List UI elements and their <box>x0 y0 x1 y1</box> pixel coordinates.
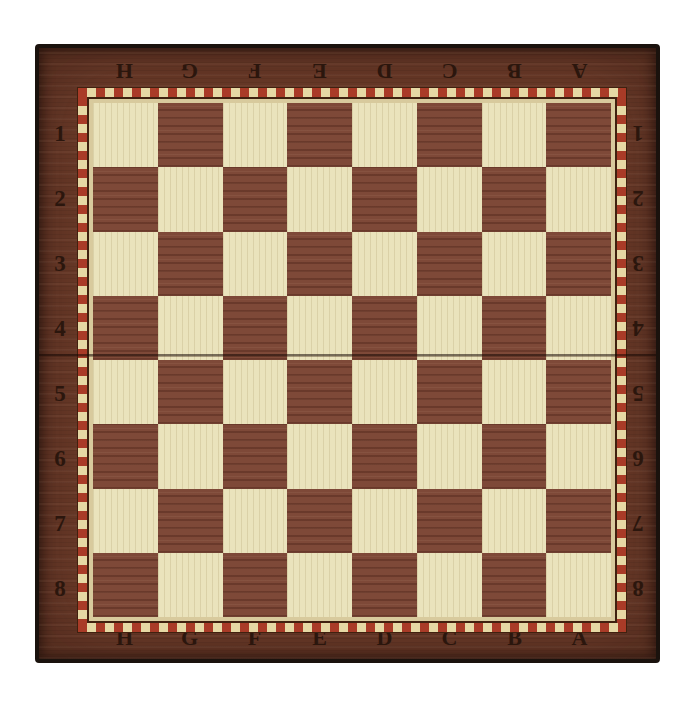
square-b1[interactable] <box>482 103 547 167</box>
square-a4[interactable] <box>546 296 611 360</box>
square-h1[interactable] <box>93 103 158 167</box>
square-h2[interactable] <box>93 167 158 231</box>
rank-label-left-0: 1 <box>46 101 74 166</box>
square-f4[interactable] <box>223 296 288 360</box>
inlay-border-left <box>78 97 88 623</box>
square-f1[interactable] <box>223 103 288 167</box>
square-b5[interactable] <box>482 360 547 424</box>
rank-label-right-1: 2 <box>624 166 652 231</box>
inlay-border-right <box>616 97 626 623</box>
square-d4[interactable] <box>352 296 417 360</box>
file-label-top-3: E <box>287 58 352 84</box>
file-label-top-2: F <box>222 58 287 84</box>
square-b4[interactable] <box>482 296 547 360</box>
square-g2[interactable] <box>158 167 223 231</box>
rank-label-left-4: 5 <box>46 361 74 426</box>
rank-labels-right: 12345678 <box>624 101 652 621</box>
playing-field <box>77 87 627 633</box>
square-c2[interactable] <box>417 167 482 231</box>
square-e1[interactable] <box>287 103 352 167</box>
square-f8[interactable] <box>223 553 288 617</box>
square-c6[interactable] <box>417 424 482 488</box>
square-c5[interactable] <box>417 360 482 424</box>
square-g5[interactable] <box>158 360 223 424</box>
file-label-top-0: H <box>92 58 157 84</box>
square-d7[interactable] <box>352 489 417 553</box>
file-label-top-7: A <box>547 58 612 84</box>
square-e2[interactable] <box>287 167 352 231</box>
square-b3[interactable] <box>482 232 547 296</box>
inlay-border-bottom <box>78 622 626 632</box>
square-f3[interactable] <box>223 232 288 296</box>
file-label-top-4: D <box>352 58 417 84</box>
square-b7[interactable] <box>482 489 547 553</box>
square-e5[interactable] <box>287 360 352 424</box>
square-d1[interactable] <box>352 103 417 167</box>
square-a6[interactable] <box>546 424 611 488</box>
square-g4[interactable] <box>158 296 223 360</box>
square-d3[interactable] <box>352 232 417 296</box>
square-h5[interactable] <box>93 360 158 424</box>
file-label-top-5: C <box>417 58 482 84</box>
square-a3[interactable] <box>546 232 611 296</box>
rank-label-right-5: 6 <box>624 426 652 491</box>
square-f2[interactable] <box>223 167 288 231</box>
board-inner-band <box>88 98 616 622</box>
square-b6[interactable] <box>482 424 547 488</box>
square-c8[interactable] <box>417 553 482 617</box>
file-labels-top: HGFEDCBA <box>92 58 612 84</box>
square-c1[interactable] <box>417 103 482 167</box>
rank-label-left-3: 4 <box>46 296 74 361</box>
file-label-top-1: G <box>157 58 222 84</box>
rank-labels-left: 12345678 <box>46 101 74 621</box>
file-label-top-6: B <box>482 58 547 84</box>
chessboard: HGFEDCBA HGFEDCBA 12345678 12345678 <box>35 44 660 663</box>
square-d2[interactable] <box>352 167 417 231</box>
inlay-border-top <box>78 88 626 98</box>
rank-label-right-4: 5 <box>624 361 652 426</box>
square-e3[interactable] <box>287 232 352 296</box>
square-d6[interactable] <box>352 424 417 488</box>
square-g6[interactable] <box>158 424 223 488</box>
rank-label-right-2: 3 <box>624 231 652 296</box>
square-f5[interactable] <box>223 360 288 424</box>
rank-label-left-2: 3 <box>46 231 74 296</box>
square-f7[interactable] <box>223 489 288 553</box>
square-a2[interactable] <box>546 167 611 231</box>
square-e6[interactable] <box>287 424 352 488</box>
rank-label-right-7: 8 <box>624 556 652 621</box>
square-a7[interactable] <box>546 489 611 553</box>
rank-label-left-7: 8 <box>46 556 74 621</box>
rank-label-right-3: 4 <box>624 296 652 361</box>
square-g8[interactable] <box>158 553 223 617</box>
rank-label-right-0: 1 <box>624 101 652 166</box>
square-a5[interactable] <box>546 360 611 424</box>
square-b8[interactable] <box>482 553 547 617</box>
square-h4[interactable] <box>93 296 158 360</box>
square-g1[interactable] <box>158 103 223 167</box>
square-c3[interactable] <box>417 232 482 296</box>
square-e8[interactable] <box>287 553 352 617</box>
square-g3[interactable] <box>158 232 223 296</box>
board-grid <box>93 103 611 617</box>
photo-background: HGFEDCBA HGFEDCBA 12345678 12345678 <box>0 0 697 723</box>
rank-label-left-1: 2 <box>46 166 74 231</box>
square-d8[interactable] <box>352 553 417 617</box>
rank-label-right-6: 7 <box>624 491 652 556</box>
square-c7[interactable] <box>417 489 482 553</box>
square-d5[interactable] <box>352 360 417 424</box>
square-g7[interactable] <box>158 489 223 553</box>
square-e4[interactable] <box>287 296 352 360</box>
square-a8[interactable] <box>546 553 611 617</box>
square-h3[interactable] <box>93 232 158 296</box>
square-h8[interactable] <box>93 553 158 617</box>
square-b2[interactable] <box>482 167 547 231</box>
square-h6[interactable] <box>93 424 158 488</box>
square-a1[interactable] <box>546 103 611 167</box>
square-c4[interactable] <box>417 296 482 360</box>
rank-label-left-6: 7 <box>46 491 74 556</box>
square-f6[interactable] <box>223 424 288 488</box>
rank-label-left-5: 6 <box>46 426 74 491</box>
square-e7[interactable] <box>287 489 352 553</box>
square-h7[interactable] <box>93 489 158 553</box>
